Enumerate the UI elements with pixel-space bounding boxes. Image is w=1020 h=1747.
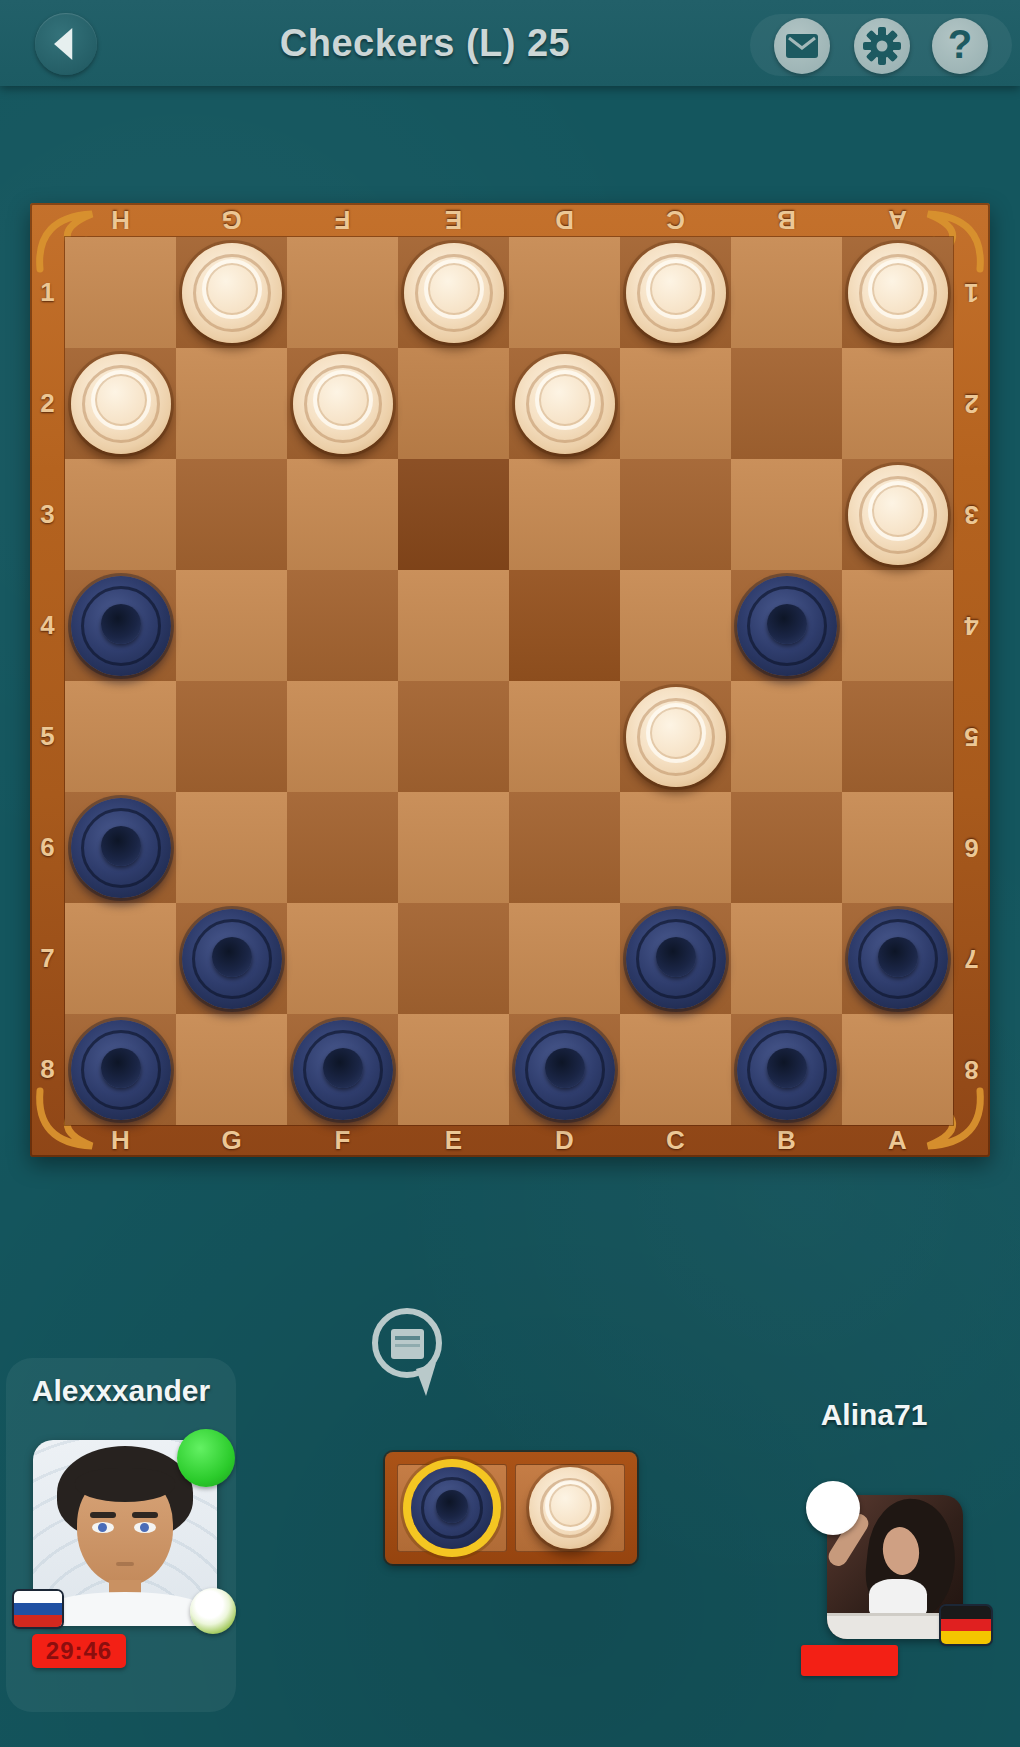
square-d8[interactable]: [509, 1014, 620, 1125]
square-a8[interactable]: [842, 1014, 953, 1125]
green-ball-badge: [190, 1588, 236, 1634]
file-label-e: E: [398, 1123, 509, 1155]
white-man-c5[interactable]: [626, 687, 726, 787]
help-button[interactable]: ?: [932, 18, 988, 74]
square-b6[interactable]: [731, 792, 842, 903]
app-header: Checkers (L) 25: [0, 0, 1020, 86]
square-a5[interactable]: [842, 681, 953, 792]
time-bar-right: [801, 1645, 898, 1676]
square-c7[interactable]: [620, 903, 731, 1014]
square-d1[interactable]: [509, 237, 620, 348]
square-e2[interactable]: [398, 348, 509, 459]
file-label-g: G: [176, 1123, 287, 1155]
square-a3[interactable]: [842, 459, 953, 570]
black-man-b8[interactable]: [737, 1020, 837, 1120]
white-man-c1[interactable]: [626, 243, 726, 343]
square-h1[interactable]: [65, 237, 176, 348]
rank-label-8: 8: [953, 1014, 990, 1125]
square-h5[interactable]: [65, 681, 176, 792]
square-c8[interactable]: [620, 1014, 731, 1125]
square-b8[interactable]: [731, 1014, 842, 1125]
square-g1[interactable]: [176, 237, 287, 348]
black-man-c7[interactable]: [626, 909, 726, 1009]
square-b7[interactable]: [731, 903, 842, 1014]
white-man-f2[interactable]: [293, 354, 393, 454]
dark-piece-selected[interactable]: [411, 1467, 493, 1549]
square-c5[interactable]: [620, 681, 731, 792]
square-a6[interactable]: [842, 792, 953, 903]
germany-flag-icon: [941, 1606, 991, 1644]
rank-label-3: 3: [30, 459, 65, 570]
file-labels-bottom: HGFEDCBA: [65, 1123, 953, 1155]
square-g3[interactable]: [176, 459, 287, 570]
file-label-c: C: [620, 1123, 731, 1155]
avatar-detail: [92, 1522, 114, 1533]
square-b2[interactable]: [731, 348, 842, 459]
file-label-a: A: [842, 203, 953, 237]
square-f6[interactable]: [287, 792, 398, 903]
white-man-g1[interactable]: [182, 243, 282, 343]
square-b3[interactable]: [731, 459, 842, 570]
page-title: Checkers (L) 25: [160, 22, 690, 65]
online-status-dot: [177, 1429, 235, 1487]
chat-button[interactable]: [366, 1303, 448, 1398]
white-man-a3[interactable]: [848, 465, 948, 565]
white-man-a1[interactable]: [848, 243, 948, 343]
file-label-f: F: [287, 1123, 398, 1155]
square-f8[interactable]: [287, 1014, 398, 1125]
square-g6[interactable]: [176, 792, 287, 903]
square-f5[interactable]: [287, 681, 398, 792]
timer-badge-left: 29:46: [32, 1634, 126, 1668]
square-b5[interactable]: [731, 681, 842, 792]
square-g8[interactable]: [176, 1014, 287, 1125]
black-man-f8[interactable]: [293, 1020, 393, 1120]
square-c4[interactable]: [620, 570, 731, 681]
settings-button[interactable]: [854, 18, 910, 74]
rank-label-7: 7: [30, 903, 65, 1014]
rank-label-6: 6: [30, 792, 65, 903]
square-b4[interactable]: [731, 570, 842, 681]
mail-icon: [786, 34, 818, 58]
square-e8[interactable]: [398, 1014, 509, 1125]
file-labels-top: HGFEDCBA: [65, 203, 953, 237]
file-label-g: G: [176, 203, 287, 237]
square-h4[interactable]: [65, 570, 176, 681]
square-e6[interactable]: [398, 792, 509, 903]
board-grid: [65, 237, 953, 1125]
chat-bubble-icon: [366, 1303, 448, 1398]
black-man-h6[interactable]: [71, 798, 171, 898]
black-man-h4[interactable]: [71, 576, 171, 676]
avatar-detail: [869, 1579, 927, 1617]
player-name-right: Alina71: [768, 1398, 980, 1432]
file-label-h: H: [65, 203, 176, 237]
rank-label-3: 3: [953, 459, 990, 570]
square-f7[interactable]: [287, 903, 398, 1014]
rank-label-4: 4: [30, 570, 65, 681]
black-man-h8[interactable]: [71, 1020, 171, 1120]
rank-label-1: 1: [953, 237, 990, 348]
rank-label-2: 2: [30, 348, 65, 459]
avatar-detail: [116, 1562, 134, 1566]
white-piece[interactable]: [529, 1467, 611, 1549]
square-d4[interactable]: [509, 570, 620, 681]
square-d6[interactable]: [509, 792, 620, 903]
square-f2[interactable]: [287, 348, 398, 459]
file-label-c: C: [620, 203, 731, 237]
rank-label-2: 2: [953, 348, 990, 459]
rank-labels-left: 12345678: [30, 237, 65, 1125]
white-turn-marker: [806, 1481, 860, 1535]
square-e5[interactable]: [398, 681, 509, 792]
white-man-e1[interactable]: [404, 243, 504, 343]
square-h3[interactable]: [65, 459, 176, 570]
checkers-app-screen: Checkers (L) 25: [0, 0, 1020, 1747]
square-d7[interactable]: [509, 903, 620, 1014]
rank-label-7: 7: [953, 903, 990, 1014]
square-f1[interactable]: [287, 237, 398, 348]
piece-tray: [385, 1452, 637, 1564]
avatar-detail: [132, 1512, 158, 1518]
avatar-detail: [90, 1512, 116, 1518]
white-man-h2[interactable]: [71, 354, 171, 454]
file-label-d: D: [509, 1123, 620, 1155]
player-name-left: Alexxxander: [6, 1374, 236, 1408]
avatar-face: [77, 1472, 173, 1586]
square-h8[interactable]: [65, 1014, 176, 1125]
file-label-b: B: [731, 1123, 842, 1155]
checkers-board: HGFEDCBA HGFEDCBA 12345678 12345678: [30, 203, 990, 1157]
rank-labels-right: 12345678: [953, 237, 990, 1125]
square-d3[interactable]: [509, 459, 620, 570]
square-a1[interactable]: [842, 237, 953, 348]
square-a4[interactable]: [842, 570, 953, 681]
square-e4[interactable]: [398, 570, 509, 681]
square-f3[interactable]: [287, 459, 398, 570]
square-f4[interactable]: [287, 570, 398, 681]
russia-flag-icon: [14, 1591, 62, 1627]
square-a7[interactable]: [842, 903, 953, 1014]
black-man-d8[interactable]: [515, 1020, 615, 1120]
square-d2[interactable]: [509, 348, 620, 459]
white-man-d2[interactable]: [515, 354, 615, 454]
rank-label-8: 8: [30, 1014, 65, 1125]
square-g4[interactable]: [176, 570, 287, 681]
square-b1[interactable]: [731, 237, 842, 348]
file-label-f: F: [287, 203, 398, 237]
gear-icon: [862, 26, 902, 66]
square-h7[interactable]: [65, 903, 176, 1014]
file-label-e: E: [398, 203, 509, 237]
avatar-detail: [45, 1592, 205, 1626]
tray-dark-piece-cell[interactable]: [397, 1464, 507, 1552]
square-e1[interactable]: [398, 237, 509, 348]
square-e7[interactable]: [398, 903, 509, 1014]
square-e3[interactable]: [398, 459, 509, 570]
black-man-b4[interactable]: [737, 576, 837, 676]
file-label-h: H: [65, 1123, 176, 1155]
square-g2[interactable]: [176, 348, 287, 459]
file-label-d: D: [509, 203, 620, 237]
rank-label-6: 6: [953, 792, 990, 903]
square-a2[interactable]: [842, 348, 953, 459]
file-label-a: A: [842, 1123, 953, 1155]
rank-label-1: 1: [30, 237, 65, 348]
square-c3[interactable]: [620, 459, 731, 570]
avatar-detail: [134, 1522, 156, 1533]
rank-label-5: 5: [953, 681, 990, 792]
rank-label-4: 4: [953, 570, 990, 681]
square-d5[interactable]: [509, 681, 620, 792]
file-label-b: B: [731, 203, 842, 237]
help-icon: ?: [948, 24, 972, 68]
square-g5[interactable]: [176, 681, 287, 792]
square-g7[interactable]: [176, 903, 287, 1014]
back-button[interactable]: [35, 13, 97, 75]
back-arrow-icon: [52, 28, 78, 60]
square-h6[interactable]: [65, 792, 176, 903]
square-c6[interactable]: [620, 792, 731, 903]
square-c2[interactable]: [620, 348, 731, 459]
mail-button[interactable]: [774, 18, 830, 74]
black-man-g7[interactable]: [182, 909, 282, 1009]
square-h2[interactable]: [65, 348, 176, 459]
square-c1[interactable]: [620, 237, 731, 348]
tray-white-piece-cell[interactable]: [515, 1464, 625, 1552]
black-man-a7[interactable]: [848, 909, 948, 1009]
rank-label-5: 5: [30, 681, 65, 792]
